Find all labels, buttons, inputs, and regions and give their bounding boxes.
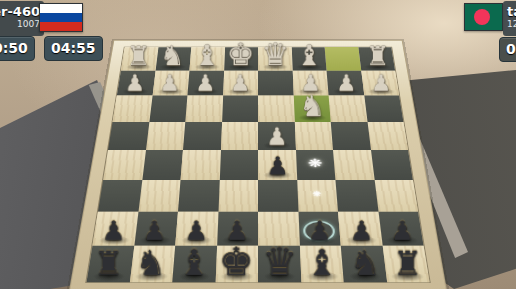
left-player-plate: yer-460 1007	[0, 1, 44, 36]
chess-board: ♜♞♝♚♛♝♜♟♟♟♟♟♟♟♞♟♟❋❋♟♟♟♟♟♟♟♜♞♝♚♛♝♞♜	[87, 47, 430, 282]
square-d2[interactable]	[258, 71, 293, 96]
left-player-clock-secondary: 04:55	[44, 36, 103, 61]
square-d4[interactable]: ♟	[258, 122, 296, 150]
square-f7[interactable]: ♟	[175, 212, 218, 246]
left-player-name: yer-460	[0, 4, 40, 19]
square-g2[interactable]: ♟	[152, 71, 189, 96]
right-player-name: tar	[507, 4, 516, 19]
square-f3[interactable]	[185, 96, 222, 122]
piece-shadow	[220, 272, 253, 282]
piece-shadow	[348, 272, 381, 282]
square-d6[interactable]	[258, 180, 298, 212]
piece-black-pawn[interactable]: ♟	[225, 218, 249, 244]
piece-shadow	[262, 64, 288, 70]
square-b5[interactable]	[333, 150, 374, 180]
piece-shadow	[367, 88, 395, 95]
piece-shadow	[125, 64, 152, 70]
square-a5[interactable]	[371, 150, 413, 180]
piece-shadow	[262, 142, 291, 149]
left-player-rating: 1007	[0, 19, 40, 29]
square-b3[interactable]	[329, 96, 368, 122]
piece-black-pawn[interactable]: ♟	[349, 218, 373, 244]
square-c6[interactable]: ❋	[297, 180, 338, 212]
square-e8[interactable]: ♚	[215, 246, 258, 283]
sparkle-icon: ❋	[307, 157, 322, 170]
square-a3[interactable]	[364, 96, 404, 122]
square-a4[interactable]	[367, 122, 408, 150]
left-player-clock-main: 0:50	[0, 36, 35, 61]
piece-shadow	[121, 88, 149, 95]
square-d1[interactable]: ♛	[258, 47, 292, 70]
square-f4[interactable]	[183, 122, 222, 150]
square-g3[interactable]	[149, 96, 188, 122]
square-g4[interactable]	[146, 122, 186, 150]
piece-shadow	[159, 64, 186, 70]
right-player-rating: 127	[507, 19, 516, 29]
square-f5[interactable]	[181, 150, 221, 180]
bangladesh-flag-circle	[474, 9, 490, 25]
square-b7[interactable]: ♟	[338, 212, 382, 246]
square-c1[interactable]: ♝	[291, 47, 326, 70]
sparkle-icon: ❋	[312, 190, 321, 198]
square-g6[interactable]	[138, 180, 181, 212]
piece-black-pawn[interactable]: ♟	[143, 218, 167, 244]
piece-shadow	[296, 64, 322, 70]
bangladesh-flag-icon	[464, 3, 503, 31]
board-squares: ♜♞♝♚♛♝♜♟♟♟♟♟♟♟♞♟♟❋❋♟♟♟♟♟♟♟♜♞♝♚♛♝♞♜	[87, 47, 430, 282]
square-c5[interactable]: ❋	[296, 150, 336, 180]
square-h4[interactable]	[108, 122, 149, 150]
piece-shadow	[332, 88, 359, 95]
piece-shadow	[135, 272, 168, 282]
square-b6[interactable]	[335, 180, 378, 212]
square-d5[interactable]: ♟	[258, 150, 297, 180]
square-d8[interactable]: ♛	[258, 246, 301, 283]
square-h8[interactable]: ♜	[87, 246, 134, 283]
piece-shadow	[180, 236, 212, 245]
piece-shadow	[263, 272, 296, 282]
square-a8[interactable]: ♜	[382, 246, 429, 283]
piece-shadow	[345, 236, 377, 245]
square-b4[interactable]	[331, 122, 371, 150]
piece-shadow	[92, 272, 126, 282]
piece-white-pawn[interactable]: ♟	[266, 125, 287, 149]
piece-shadow	[98, 236, 131, 245]
square-e4[interactable]	[221, 122, 259, 150]
piece-shadow	[298, 114, 326, 121]
square-d3[interactable]	[258, 96, 294, 122]
piece-black-pawn[interactable]: ♟	[391, 218, 415, 244]
square-b2[interactable]: ♟	[327, 71, 364, 96]
square-c8[interactable]: ♝	[299, 246, 343, 283]
square-h1[interactable]: ♜	[121, 47, 158, 70]
square-b1[interactable]	[325, 47, 361, 70]
square-c4[interactable]	[294, 122, 333, 150]
square-e2[interactable]: ♟	[223, 71, 258, 96]
square-e7[interactable]: ♟	[217, 212, 258, 246]
piece-shadow	[228, 64, 254, 70]
square-f1[interactable]: ♝	[189, 47, 224, 70]
piece-shadow	[222, 236, 253, 245]
square-g8[interactable]: ♞	[129, 246, 175, 283]
piece-shadow	[139, 236, 171, 245]
square-h5[interactable]	[103, 150, 145, 180]
square-f2[interactable]: ♟	[187, 71, 223, 96]
square-f6[interactable]	[178, 180, 219, 212]
right-player-clock: 0	[499, 37, 516, 62]
hint-ring	[303, 221, 336, 242]
piece-shadow	[297, 88, 324, 95]
square-g7[interactable]: ♟	[134, 212, 178, 246]
piece-black-pawn[interactable]: ♟	[184, 218, 208, 244]
piece-shadow	[177, 272, 210, 282]
square-h7[interactable]: ♟	[92, 212, 138, 246]
square-e5[interactable]	[219, 150, 258, 180]
square-b8[interactable]: ♞	[341, 246, 387, 283]
square-e1[interactable]: ♚	[224, 47, 258, 70]
piece-shadow	[156, 88, 183, 95]
piece-shadow	[192, 88, 219, 95]
square-a7[interactable]: ♟	[378, 212, 424, 246]
square-g1[interactable]: ♞	[155, 47, 191, 70]
game-screen: ♜♞♝♚♛♝♜♟♟♟♟♟♟♟♞♟♟❋❋♟♟♟♟♟♟♟♜♞♝♚♛♝♞♜ yer-4…	[0, 0, 516, 289]
square-c2[interactable]: ♟	[292, 71, 328, 96]
piece-shadow	[227, 88, 254, 95]
square-d7[interactable]	[258, 212, 299, 246]
piece-shadow	[390, 272, 424, 282]
square-h3[interactable]	[113, 96, 153, 122]
square-h2[interactable]: ♟	[117, 71, 155, 96]
square-a1[interactable]: ♜	[358, 47, 395, 70]
piece-shadow	[306, 272, 339, 282]
piece-shadow	[194, 64, 220, 70]
square-c3[interactable]: ♞	[293, 96, 330, 122]
piece-black-pawn[interactable]: ♟	[101, 218, 125, 244]
square-h6[interactable]	[98, 180, 142, 212]
piece-shadow	[364, 64, 391, 70]
right-player-plate: tar 127	[503, 1, 516, 36]
square-c7[interactable]: ♟	[298, 212, 341, 246]
square-a6[interactable]	[374, 180, 418, 212]
square-f8[interactable]: ♝	[172, 246, 216, 283]
russia-flag-icon	[39, 3, 83, 32]
square-g5[interactable]	[142, 150, 183, 180]
piece-shadow	[304, 236, 336, 245]
piece-shadow	[263, 171, 292, 179]
piece-white-knight[interactable]: ♞	[299, 92, 325, 121]
square-e6[interactable]	[218, 180, 258, 212]
piece-shadow	[386, 236, 419, 245]
square-a2[interactable]: ♟	[361, 71, 399, 96]
square-e3[interactable]	[222, 96, 258, 122]
